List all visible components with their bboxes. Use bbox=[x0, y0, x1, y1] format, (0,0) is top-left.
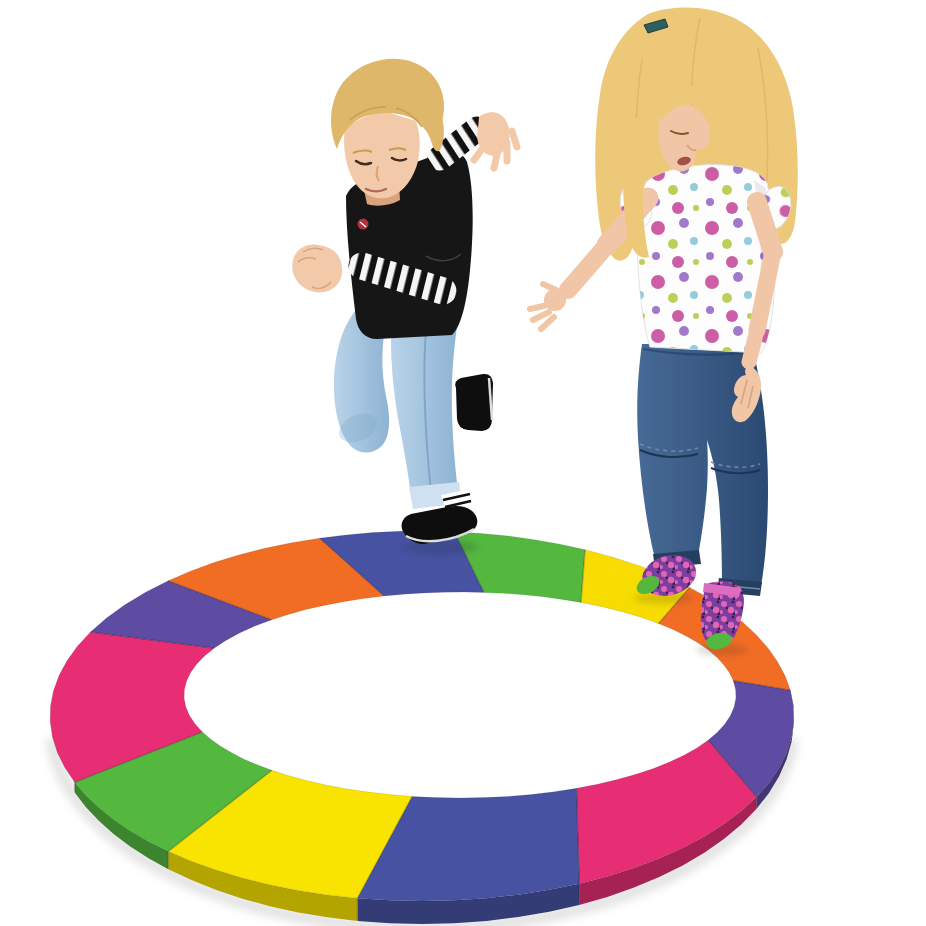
boy-lifted-shoe bbox=[455, 374, 493, 431]
boy-figure bbox=[292, 59, 517, 554]
girl-left-wrist bbox=[749, 330, 757, 362]
boy-right-striped-sleeve bbox=[440, 129, 477, 158]
boy-fist bbox=[292, 245, 342, 293]
scene-svg bbox=[0, 0, 926, 926]
product-photo bbox=[0, 0, 926, 926]
girl-right-forearm bbox=[568, 245, 607, 290]
boy-lifted-foot bbox=[455, 373, 493, 431]
